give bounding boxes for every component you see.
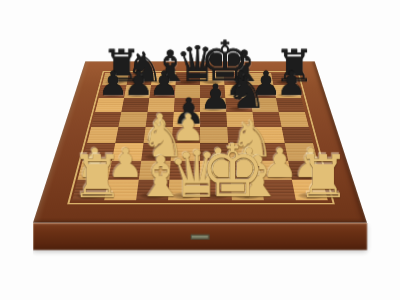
- square-a5[interactable]: [91, 112, 121, 127]
- square-h8[interactable]: [271, 73, 298, 85]
- brass-plaque: [191, 234, 210, 239]
- square-b7[interactable]: [124, 85, 151, 98]
- piece-anchor-c1: ♝: [136, 180, 169, 201]
- square-a8[interactable]: [102, 73, 129, 85]
- square-h5[interactable]: [279, 112, 309, 127]
- square-a7[interactable]: [99, 85, 127, 98]
- square-c7[interactable]: [149, 85, 175, 98]
- piece-white-bishop-c1[interactable]: ♝: [135, 149, 167, 206]
- square-d8[interactable]: [176, 73, 200, 85]
- square-f8[interactable]: [224, 73, 249, 85]
- square-e8[interactable]: [200, 73, 224, 85]
- square-g7[interactable]: [249, 85, 276, 98]
- piece-white-rook-h1[interactable]: ♜: [297, 147, 329, 206]
- square-f7[interactable]: [224, 85, 250, 98]
- piece-anchor-a1: ♜: [72, 180, 108, 201]
- piece-anchor-d1: ♛: [168, 180, 200, 201]
- square-h6[interactable]: [276, 98, 305, 112]
- square-c8[interactable]: [151, 73, 176, 85]
- chess-photo-scene: ♜♞♝♛♚♝♜♟♟♟♟♟♟♟♞♟♟♟♞♞♟♟♟♟♟♟♜♝♛♚♝♜: [0, 0, 400, 300]
- square-a6[interactable]: [95, 98, 124, 112]
- square-b8[interactable]: [127, 73, 153, 85]
- square-h7[interactable]: [273, 85, 301, 98]
- piece-white-rook-a1[interactable]: ♜: [71, 147, 103, 206]
- board-front-edge: [33, 223, 367, 250]
- chess-board: ♜♞♝♛♚♝♜♟♟♟♟♟♟♟♞♟♟♟♞♞♟♟♟♟♟♟♜♝♛♚♝♜: [33, 61, 367, 223]
- piece-white-king-e1[interactable]: ♚: [200, 134, 232, 207]
- piece-white-queen-d1[interactable]: ♛: [168, 142, 200, 207]
- piece-anchor-h1: ♜: [292, 180, 328, 201]
- piece-anchor-e1: ♚: [200, 180, 232, 201]
- square-g8[interactable]: [247, 73, 273, 85]
